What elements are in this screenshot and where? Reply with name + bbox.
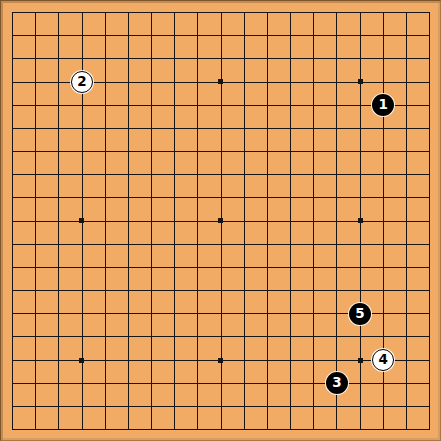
star-point-cell <box>70 348 93 371</box>
star-point <box>79 358 84 363</box>
star-point <box>218 218 223 223</box>
stone-cell-P3: 3 <box>325 372 348 395</box>
star-point-cell <box>348 70 371 93</box>
stone-cell-R15: 1 <box>372 94 395 117</box>
stone-black-5: 5 <box>349 303 371 325</box>
star-point <box>218 358 223 363</box>
star-point <box>218 79 223 84</box>
star-point <box>358 79 363 84</box>
stone-black-3: 3 <box>326 372 348 394</box>
star-point-cell <box>348 209 371 232</box>
stone-white-4: 4 <box>372 349 394 371</box>
star-point <box>358 218 363 223</box>
stone-cell-R4: 4 <box>372 348 395 371</box>
stone-number-label: 3 <box>332 376 341 390</box>
star-point <box>358 358 363 363</box>
star-point-cell <box>348 348 371 371</box>
stone-number-label: 1 <box>378 98 387 112</box>
stone-cell-D16: 2 <box>70 70 93 93</box>
stone-black-1: 1 <box>372 94 394 116</box>
stone-white-2: 2 <box>71 71 93 93</box>
star-point-cell <box>70 209 93 232</box>
board-grid: 12345 <box>1 1 441 441</box>
go-board: 12345 <box>0 0 441 441</box>
stone-number-label: 2 <box>77 75 86 89</box>
stone-cell-Q6: 5 <box>348 302 371 325</box>
stone-number-label: 4 <box>378 353 387 367</box>
star-point-cell <box>209 348 232 371</box>
stone-number-label: 5 <box>355 307 364 321</box>
star-point <box>79 218 84 223</box>
star-point-cell <box>209 70 232 93</box>
star-point-cell <box>209 209 232 232</box>
